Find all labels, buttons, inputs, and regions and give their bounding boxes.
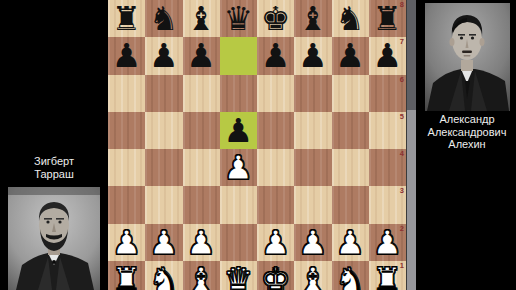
square-b8[interactable]: ♞ [145,0,182,37]
square-h4[interactable]: 4 [369,149,406,186]
black-pawn-c7[interactable]: ♟ [183,37,220,74]
square-e8[interactable]: ♚ [257,0,294,37]
square-a3[interactable] [108,186,145,223]
white-player-name: Зигберт Тарраш [0,155,108,181]
black-player-name-line3: Алехин [418,138,516,151]
square-e5[interactable] [257,112,294,149]
square-f7[interactable]: ♟ [294,37,331,74]
scrollbar-thumb[interactable] [407,0,416,110]
black-player-name-line1: Александр [418,113,516,126]
black-pawn-b7[interactable]: ♟ [145,37,182,74]
black-bishop-c8[interactable]: ♝ [183,0,220,37]
white-pawn-a2[interactable]: ♟ [108,224,145,261]
square-b6[interactable] [145,75,182,112]
square-a5[interactable] [108,112,145,149]
white-player-name-line1: Зигберт [0,155,108,168]
square-c8[interactable]: ♝ [183,0,220,37]
square-g1[interactable]: ♞ [332,261,369,290]
white-bishop-f1[interactable]: ♝ [294,261,331,290]
black-rook-a8[interactable]: ♜ [108,0,145,37]
square-b4[interactable] [145,149,182,186]
square-c5[interactable] [183,112,220,149]
square-f8[interactable]: ♝ [294,0,331,37]
square-g4[interactable] [332,149,369,186]
white-pawn-e2[interactable]: ♟ [257,224,294,261]
square-h2[interactable]: 2♟ [369,224,406,261]
square-h8[interactable]: 8♜ [369,0,406,37]
black-knight-g8[interactable]: ♞ [332,0,369,37]
square-f3[interactable] [294,186,331,223]
square-d1[interactable]: ♛ [220,261,257,290]
square-d3[interactable] [220,186,257,223]
rank-label-3: 3 [400,187,404,195]
black-pawn-e7[interactable]: ♟ [257,37,294,74]
square-a4[interactable] [108,149,145,186]
square-f6[interactable] [294,75,331,112]
white-pawn-g2[interactable]: ♟ [332,224,369,261]
square-a7[interactable]: ♟ [108,37,145,74]
black-pawn-f7[interactable]: ♟ [294,37,331,74]
square-b1[interactable]: ♞ [145,261,182,290]
rank-label-5: 5 [400,113,404,121]
square-a2[interactable]: ♟ [108,224,145,261]
chess-board[interactable]: ♜♞♝♛♚♝♞8♜♟♟♟♟♟♟7♟6♟5♟43♟♟♟♟♟♟2♟♜♞♝♛♚♝♞1♜ [108,0,406,290]
square-g3[interactable] [332,186,369,223]
black-pawn-g7[interactable]: ♟ [332,37,369,74]
black-player-name: Александр Александрович Алехин [418,113,516,151]
square-e1[interactable]: ♚ [257,261,294,290]
square-d8[interactable]: ♛ [220,0,257,37]
square-c2[interactable]: ♟ [183,224,220,261]
square-d2[interactable] [220,224,257,261]
square-b7[interactable]: ♟ [145,37,182,74]
white-player-name-line2: Тарраш [0,168,108,181]
black-pawn-h7[interactable]: ♟ [369,37,406,74]
app-background: Зигберт Тарраш [0,0,516,290]
square-b2[interactable]: ♟ [145,224,182,261]
square-d4[interactable]: ♟ [220,149,257,186]
square-a6[interactable] [108,75,145,112]
scrollbar[interactable] [406,0,416,290]
square-g8[interactable]: ♞ [332,0,369,37]
square-h6[interactable]: 6 [369,75,406,112]
white-bishop-c1[interactable]: ♝ [183,261,220,290]
square-c1[interactable]: ♝ [183,261,220,290]
rank-label-4: 4 [400,150,404,158]
black-player-name-line2: Александрович [418,126,516,139]
square-g2[interactable]: ♟ [332,224,369,261]
white-rook-a1[interactable]: ♜ [108,261,145,290]
square-b5[interactable] [145,112,182,149]
square-e2[interactable]: ♟ [257,224,294,261]
square-c6[interactable] [183,75,220,112]
square-b3[interactable] [145,186,182,223]
rank-label-6: 6 [400,76,404,84]
square-f4[interactable] [294,149,331,186]
white-pawn-h2[interactable]: ♟ [369,224,406,261]
white-king-e1[interactable]: ♚ [257,261,294,290]
black-king-e8[interactable]: ♚ [257,0,294,37]
white-pawn-d4[interactable]: ♟ [220,149,257,186]
square-d5[interactable]: ♟ [220,112,257,149]
black-player-photo [425,3,510,111]
square-d6[interactable] [220,75,257,112]
square-e4[interactable] [257,149,294,186]
black-knight-b8[interactable]: ♞ [145,0,182,37]
square-h5[interactable]: 5 [369,112,406,149]
square-h7[interactable]: 7♟ [369,37,406,74]
white-pawn-f2[interactable]: ♟ [294,224,331,261]
square-g6[interactable] [332,75,369,112]
square-c3[interactable] [183,186,220,223]
square-e7[interactable]: ♟ [257,37,294,74]
white-knight-b1[interactable]: ♞ [145,261,182,290]
white-pawn-c2[interactable]: ♟ [183,224,220,261]
square-e3[interactable] [257,186,294,223]
square-f1[interactable]: ♝ [294,261,331,290]
square-e6[interactable] [257,75,294,112]
black-pawn-a7[interactable]: ♟ [108,37,145,74]
white-queen-d1[interactable]: ♛ [220,261,257,290]
black-bishop-f8[interactable]: ♝ [294,0,331,37]
square-h3[interactable]: 3 [369,186,406,223]
white-player-photo [8,187,100,290]
square-g7[interactable]: ♟ [332,37,369,74]
square-f5[interactable] [294,112,331,149]
white-knight-g1[interactable]: ♞ [332,261,369,290]
square-a8[interactable]: ♜ [108,0,145,37]
white-rook-h1[interactable]: ♜ [369,261,406,290]
black-queen-d8[interactable]: ♛ [220,0,257,37]
square-a1[interactable]: ♜ [108,261,145,290]
square-d7[interactable] [220,37,257,74]
white-pawn-b2[interactable]: ♟ [145,224,182,261]
square-f2[interactable]: ♟ [294,224,331,261]
square-h1[interactable]: 1♜ [369,261,406,290]
square-g5[interactable] [332,112,369,149]
black-pawn-d5[interactable]: ♟ [220,112,257,149]
square-c7[interactable]: ♟ [183,37,220,74]
black-rook-h8[interactable]: ♜ [369,0,406,37]
square-c4[interactable] [183,149,220,186]
